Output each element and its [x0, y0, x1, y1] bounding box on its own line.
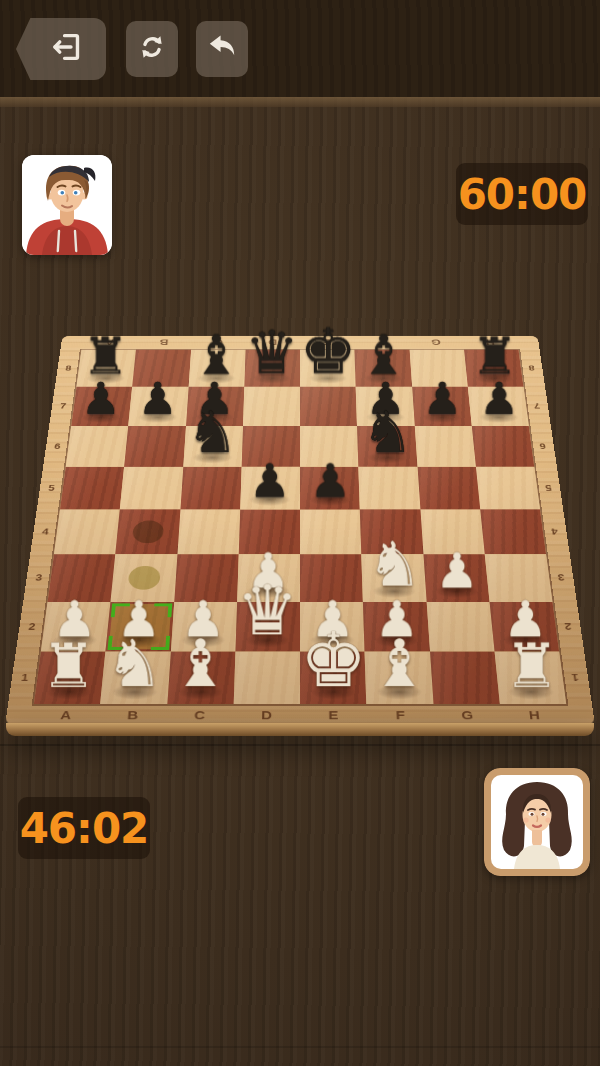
square-d4[interactable]: [238, 509, 300, 554]
piece-shadow: [502, 633, 550, 648]
piece-shadow: [194, 411, 235, 423]
square-g4[interactable]: [420, 509, 485, 554]
square-d2[interactable]: ♛: [235, 602, 300, 652]
coordinate-label: C: [191, 336, 246, 350]
young-man-red-hoodie-avatar: [22, 155, 112, 255]
square-d8[interactable]: ♛: [244, 350, 300, 387]
square-a2[interactable]: ♟: [41, 602, 111, 652]
coordinate-label: A: [31, 704, 100, 725]
board-edge: [6, 723, 594, 736]
square-a5[interactable]: [60, 467, 124, 510]
piece-shadow: [137, 411, 179, 423]
piece-shadow: [110, 684, 159, 700]
square-c5[interactable]: [180, 467, 241, 510]
square-e8[interactable]: ♚: [300, 350, 356, 387]
square-e4[interactable]: [300, 509, 362, 554]
piece-white-queen[interactable]: ♛: [237, 578, 299, 644]
square-c8[interactable]: ♝: [188, 350, 245, 387]
piece-shadow: [249, 493, 292, 506]
square-f3[interactable]: ♞: [362, 554, 427, 601]
board-frame: ABCDEFGH HGFEDCBA 87654321 12345678 ♜♝♛♚…: [5, 336, 595, 725]
square-b8[interactable]: [132, 350, 190, 387]
square-f1[interactable]: ♝: [365, 651, 433, 704]
square-b4[interactable]: [115, 509, 180, 554]
square-a1[interactable]: ♜: [34, 651, 106, 704]
piece-shadow: [44, 684, 93, 700]
rotate-sync-icon: [135, 30, 169, 68]
square-b2[interactable]: ♟: [106, 602, 174, 652]
piece-shadow: [375, 684, 423, 700]
square-a4[interactable]: [54, 509, 120, 554]
square-f4[interactable]: [360, 509, 423, 554]
coordinate-label: B: [98, 704, 167, 725]
square-a7[interactable]: ♟: [71, 387, 132, 426]
board-grid: ♜♝♛♚♝♜♟♟♟♟♟♟♞♞♟♟♟♞♟♟♟♟♛♟♟♟♜♞♝♚♝♜: [34, 350, 566, 704]
square-d5[interactable]: ♟: [240, 467, 300, 510]
piece-shadow: [309, 684, 356, 700]
square-h7[interactable]: ♟: [468, 387, 529, 426]
square-b5[interactable]: [120, 467, 183, 510]
square-g6[interactable]: [414, 426, 475, 467]
woman-brown-hair-avatar: [484, 768, 590, 876]
coordinate-label: D: [233, 704, 300, 725]
square-d6[interactable]: [241, 426, 300, 467]
piece-shadow: [245, 633, 291, 648]
black-clock: 60:00: [456, 163, 588, 225]
chess-board: ABCDEFGH HGFEDCBA 87654321 12345678 ♜♝♛♚…: [5, 336, 595, 725]
piece-shadow: [191, 451, 233, 463]
coordinate-label: G: [408, 336, 464, 350]
square-c7[interactable]: ♟: [186, 387, 244, 426]
square-h3[interactable]: [485, 554, 553, 601]
coordinate-label: H: [500, 704, 569, 725]
coordinate-label: E: [300, 704, 367, 725]
square-b6[interactable]: [124, 426, 185, 467]
coordinate-label: B: [136, 336, 192, 350]
exit-button[interactable]: [16, 18, 106, 80]
piece-shadow: [80, 411, 122, 423]
black-clock-time: 60:00: [458, 170, 587, 219]
coordinate-label: G: [433, 704, 502, 725]
square-h4[interactable]: [480, 509, 546, 554]
square-e3[interactable]: [300, 554, 363, 601]
white-clock: 46:02: [18, 797, 150, 859]
square-g2[interactable]: [426, 602, 494, 652]
square-c1[interactable]: ♝: [167, 651, 235, 704]
square-b7[interactable]: ♟: [128, 387, 188, 426]
square-e7[interactable]: [300, 387, 357, 426]
piece-shadow: [308, 373, 348, 384]
square-f2[interactable]: ♟: [363, 602, 429, 652]
white-player-avatar: [484, 768, 590, 876]
wood-seam: [0, 744, 600, 746]
undo-button[interactable]: [196, 21, 248, 77]
piece-shadow: [434, 584, 480, 598]
square-d3[interactable]: ♟: [237, 554, 300, 601]
square-b3[interactable]: [111, 554, 177, 601]
piece-shadow: [196, 373, 236, 384]
piece-shadow: [252, 373, 292, 384]
coordinate-label: H: [462, 336, 518, 350]
rotate-button[interactable]: [126, 21, 178, 77]
piece-shadow: [246, 584, 291, 598]
piece-shadow: [85, 373, 126, 384]
square-a8[interactable]: ♜: [76, 350, 136, 387]
square-f6[interactable]: ♞: [357, 426, 417, 467]
square-g7[interactable]: ♟: [412, 387, 472, 426]
exit-door-icon: [49, 30, 83, 68]
square-e1[interactable]: ♚: [300, 651, 367, 704]
square-d7[interactable]: [243, 387, 300, 426]
black-player-avatar: [22, 155, 112, 255]
piece-shadow: [51, 633, 99, 648]
coordinate-label: 6: [529, 426, 557, 467]
piece-shadow: [422, 411, 464, 423]
toolbar-divider: [0, 97, 600, 107]
square-h5[interactable]: [476, 467, 540, 510]
coordinate-label: F: [354, 336, 409, 350]
piece-shadow: [309, 493, 352, 506]
square-a6[interactable]: [66, 426, 129, 467]
piece-shadow: [366, 451, 408, 463]
square-b1[interactable]: ♞: [100, 651, 170, 704]
square-e5[interactable]: ♟: [300, 467, 360, 510]
square-c3[interactable]: [174, 554, 239, 601]
square-e6[interactable]: [300, 426, 359, 467]
piece-shadow: [363, 373, 403, 384]
square-a3[interactable]: [48, 554, 116, 601]
coordinate-label: F: [367, 704, 435, 725]
coordinate-label: E: [300, 336, 355, 350]
chess-app-screen: 60:00 ABCDEFGH HGFEDCBA 87654321 1234567…: [0, 0, 600, 1066]
piece-shadow: [365, 411, 406, 423]
square-g5[interactable]: [417, 467, 480, 510]
coordinate-label: D: [245, 336, 300, 350]
piece-shadow: [177, 684, 225, 700]
piece-shadow: [180, 633, 227, 648]
coordinate-label: A: [81, 336, 137, 350]
wood-seam: [0, 1046, 600, 1048]
move-hint-dot[interactable]: [132, 520, 165, 543]
square-g8[interactable]: [409, 350, 467, 387]
undo-arrow-icon: [205, 30, 239, 68]
square-c6[interactable]: ♞: [183, 426, 243, 467]
square-h2[interactable]: ♟: [489, 602, 559, 652]
piece-shadow: [478, 411, 520, 423]
square-h6[interactable]: [472, 426, 535, 467]
square-g3[interactable]: ♟: [423, 554, 489, 601]
piece-shadow: [373, 633, 420, 648]
piece-shadow: [309, 633, 355, 648]
square-h1[interactable]: ♜: [494, 651, 566, 704]
square-f8[interactable]: ♝: [355, 350, 412, 387]
square-e2[interactable]: ♟: [300, 602, 365, 652]
white-clock-time: 46:02: [20, 804, 149, 853]
move-hint-dot[interactable]: [127, 566, 161, 590]
square-c2[interactable]: ♟: [170, 602, 236, 652]
coordinate-label: C: [166, 704, 234, 725]
square-g1[interactable]: [430, 651, 500, 704]
square-d1[interactable]: [233, 651, 300, 704]
piece-shadow: [474, 373, 515, 384]
square-h8[interactable]: ♜: [464, 350, 524, 387]
square-f7[interactable]: ♟: [356, 387, 414, 426]
square-c4[interactable]: [177, 509, 240, 554]
file-labels-top: HGFEDCBA: [81, 336, 518, 350]
piece-shadow: [371, 584, 417, 598]
square-f5[interactable]: [359, 467, 420, 510]
piece-shadow: [507, 684, 556, 700]
file-labels-bottom: ABCDEFGH: [31, 704, 569, 725]
